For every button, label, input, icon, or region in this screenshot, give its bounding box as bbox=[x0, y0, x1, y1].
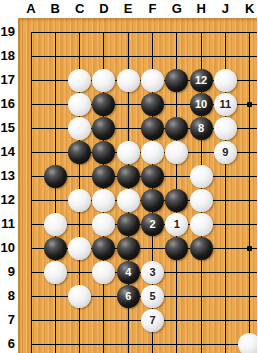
stone-white-H11[interactable] bbox=[190, 213, 213, 236]
column-label-K: K bbox=[238, 1, 257, 17]
column-label-J: J bbox=[213, 1, 237, 17]
row-label-7: 7 bbox=[0, 313, 15, 327]
stone-white-F7[interactable]: 7 bbox=[141, 309, 164, 332]
grid-line-horizontal bbox=[31, 32, 258, 33]
row-label-17: 17 bbox=[0, 73, 15, 87]
stone-black-F15[interactable] bbox=[141, 117, 164, 140]
stone-white-E12[interactable] bbox=[117, 189, 140, 212]
stone-white-F14[interactable] bbox=[141, 141, 164, 164]
stone-white-D11[interactable] bbox=[92, 213, 115, 236]
stone-white-D9[interactable] bbox=[92, 261, 115, 284]
star-point-K10 bbox=[247, 246, 252, 251]
column-label-E: E bbox=[116, 1, 140, 17]
row-label-16: 16 bbox=[0, 97, 15, 111]
stone-white-F8[interactable]: 5 bbox=[141, 285, 164, 308]
column-label-F: F bbox=[141, 1, 165, 17]
stone-black-D13[interactable] bbox=[92, 165, 115, 188]
row-label-8: 8 bbox=[0, 289, 15, 303]
stone-black-G17[interactable] bbox=[165, 69, 188, 92]
row-label-14: 14 bbox=[0, 145, 15, 159]
stone-black-H10[interactable] bbox=[190, 237, 213, 260]
stone-black-C14[interactable] bbox=[68, 141, 91, 164]
column-label-G: G bbox=[165, 1, 189, 17]
stone-white-E17[interactable] bbox=[117, 69, 140, 92]
move-number: 12 bbox=[195, 75, 207, 86]
move-number: 1 bbox=[174, 219, 180, 230]
stone-black-G12[interactable] bbox=[165, 189, 188, 212]
stone-black-F13[interactable] bbox=[141, 165, 164, 188]
move-number: 6 bbox=[125, 291, 131, 302]
stone-black-D14[interactable] bbox=[92, 141, 115, 164]
stone-white-F9[interactable]: 3 bbox=[141, 261, 164, 284]
stone-white-C8[interactable] bbox=[68, 285, 91, 308]
column-label-H: H bbox=[189, 1, 213, 17]
stone-black-E11[interactable] bbox=[117, 213, 140, 236]
move-number: 3 bbox=[149, 267, 155, 278]
stone-white-J15[interactable] bbox=[214, 117, 237, 140]
stone-white-D12[interactable] bbox=[92, 189, 115, 212]
stone-white-C15[interactable] bbox=[68, 117, 91, 140]
row-label-6: 6 bbox=[0, 337, 15, 351]
stone-white-J17[interactable] bbox=[214, 69, 237, 92]
column-label-D: D bbox=[92, 1, 116, 17]
column-label-B: B bbox=[43, 1, 67, 17]
stone-white-G14[interactable] bbox=[165, 141, 188, 164]
move-number: 5 bbox=[149, 291, 155, 302]
stone-black-H15[interactable]: 8 bbox=[190, 117, 213, 140]
stone-white-C17[interactable] bbox=[68, 69, 91, 92]
stone-black-E10[interactable] bbox=[117, 237, 140, 260]
move-number: 8 bbox=[198, 123, 204, 134]
stone-black-F11[interactable]: 2 bbox=[141, 213, 164, 236]
stone-white-G11[interactable]: 1 bbox=[165, 213, 188, 236]
stone-black-B10[interactable] bbox=[44, 237, 67, 260]
stone-black-D10[interactable] bbox=[92, 237, 115, 260]
row-label-12: 12 bbox=[0, 193, 15, 207]
stone-white-C16[interactable] bbox=[68, 93, 91, 116]
move-number: 7 bbox=[149, 315, 155, 326]
row-label-11: 11 bbox=[0, 217, 15, 231]
stone-black-G15[interactable] bbox=[165, 117, 188, 140]
stone-white-J16[interactable]: 11 bbox=[214, 93, 237, 116]
stone-black-E8[interactable]: 6 bbox=[117, 285, 140, 308]
stone-black-B13[interactable] bbox=[44, 165, 67, 188]
stone-white-B9[interactable] bbox=[44, 261, 67, 284]
stone-black-E13[interactable] bbox=[117, 165, 140, 188]
row-label-9: 9 bbox=[0, 265, 15, 279]
move-number: 2 bbox=[149, 219, 155, 230]
stone-white-E14[interactable] bbox=[117, 141, 140, 164]
column-label-C: C bbox=[68, 1, 92, 17]
stone-white-H13[interactable] bbox=[190, 165, 213, 188]
stone-white-D17[interactable] bbox=[92, 69, 115, 92]
column-label-A: A bbox=[19, 1, 43, 17]
go-diagram: ABCDEFGHJK 191817161514131211109876 1210… bbox=[0, 0, 257, 353]
move-number: 9 bbox=[222, 147, 228, 158]
stone-white-C12[interactable] bbox=[68, 189, 91, 212]
move-number: 4 bbox=[125, 267, 131, 278]
move-number: 10 bbox=[195, 99, 207, 110]
row-label-18: 18 bbox=[0, 49, 15, 63]
stone-white-C10[interactable] bbox=[68, 237, 91, 260]
stone-black-D16[interactable] bbox=[92, 93, 115, 116]
stone-black-H17[interactable]: 12 bbox=[190, 69, 213, 92]
stone-white-H12[interactable] bbox=[190, 189, 213, 212]
stone-black-H16[interactable]: 10 bbox=[190, 93, 213, 116]
stone-black-F12[interactable] bbox=[141, 189, 164, 212]
grid-line-horizontal bbox=[31, 344, 258, 345]
move-number: 11 bbox=[220, 99, 232, 110]
stone-black-E9[interactable]: 4 bbox=[117, 261, 140, 284]
stone-white-F17[interactable] bbox=[141, 69, 164, 92]
row-label-10: 10 bbox=[0, 241, 15, 255]
stone-black-G10[interactable] bbox=[165, 237, 188, 260]
stone-black-D15[interactable] bbox=[92, 117, 115, 140]
stone-black-F16[interactable] bbox=[141, 93, 164, 116]
stone-white-K6[interactable] bbox=[238, 333, 257, 353]
row-label-19: 19 bbox=[0, 25, 15, 39]
grid-line-horizontal bbox=[31, 56, 258, 57]
row-label-15: 15 bbox=[0, 121, 15, 135]
row-label-13: 13 bbox=[0, 169, 15, 183]
stone-white-B11[interactable] bbox=[44, 213, 67, 236]
stone-white-J14[interactable]: 9 bbox=[214, 141, 237, 164]
star-point-K16 bbox=[247, 102, 252, 107]
